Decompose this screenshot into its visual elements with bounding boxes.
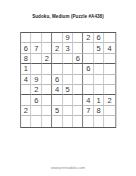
cell-r7c2: 6 (32, 95, 42, 105)
cell-r2c9: 4 (104, 43, 114, 53)
cell-r8c1: 2 (21, 106, 31, 116)
cell-r4c5 (63, 64, 73, 74)
cell-r5c7 (84, 75, 94, 85)
cell-r3c9 (104, 54, 114, 64)
cell-r1c4 (52, 33, 62, 43)
cell-r7c4 (52, 95, 62, 105)
cell-r1c3 (42, 33, 52, 43)
cell-r6c2: 2 (32, 85, 42, 95)
cell-r8c6 (73, 106, 83, 116)
cell-r2c4: 2 (52, 43, 62, 53)
cell-r6c6 (73, 85, 83, 95)
cell-r6c5: 5 (63, 85, 73, 95)
cell-r6c9 (104, 85, 114, 95)
cell-r5c5 (63, 75, 73, 85)
cell-r5c1: 4 (21, 75, 31, 85)
cell-r8c9 (104, 106, 114, 116)
cell-r7c7: 4 (84, 95, 94, 105)
cell-r1c9 (104, 33, 114, 43)
cell-r2c6 (73, 43, 83, 53)
cell-r8c2 (32, 106, 42, 116)
cell-r5c3 (42, 75, 52, 85)
cell-r9c1 (21, 116, 31, 126)
cell-r8c8: 8 (94, 106, 104, 116)
cell-r1c2 (32, 33, 42, 43)
cell-r5c2: 9 (32, 75, 42, 85)
cell-r6c7 (84, 85, 94, 95)
cell-r2c3 (42, 43, 52, 53)
cell-r3c8 (94, 54, 104, 64)
cell-r3c3: 2 (42, 54, 52, 64)
cell-r3c5 (63, 54, 73, 64)
cell-r9c3 (42, 116, 52, 126)
cell-r4c3 (42, 64, 52, 74)
cell-r7c6 (73, 95, 83, 105)
cell-r4c2 (32, 64, 42, 74)
cell-r1c7: 2 (84, 33, 94, 43)
cell-r1c1 (21, 33, 31, 43)
cell-r3c4 (52, 54, 62, 64)
cell-r4c7: 6 (84, 64, 94, 74)
cell-r7c9: 2 (104, 95, 114, 105)
cell-r7c1 (21, 95, 31, 105)
cell-r6c3 (42, 85, 52, 95)
cell-r5c9 (104, 75, 114, 85)
cell-r7c5 (63, 95, 73, 105)
cell-r3c1: 8 (21, 54, 31, 64)
cell-r3c2 (32, 54, 42, 64)
cell-r9c5 (63, 116, 73, 126)
cell-r2c7 (84, 43, 94, 53)
cell-r5c6 (73, 75, 83, 85)
cell-r4c1: 1 (21, 64, 31, 74)
cell-r1c8: 6 (94, 33, 104, 43)
cell-r7c3 (42, 95, 52, 105)
cell-r4c9 (104, 64, 114, 74)
cell-r7c8: 1 (94, 95, 104, 105)
cell-r2c5: 3 (63, 43, 73, 53)
sudoku-page: Sudoku, Medium (Puzzle #A438) 9266723548… (0, 0, 136, 176)
cell-r2c1: 6 (21, 43, 31, 53)
sudoku-board: 9266723548261649624564122578 (20, 32, 116, 128)
cell-r5c8 (94, 75, 104, 85)
cell-r9c7 (84, 116, 94, 126)
cell-r6c8 (94, 85, 104, 95)
cell-r8c3 (42, 106, 52, 116)
cell-r1c6 (73, 33, 83, 43)
cell-r3c7 (84, 54, 94, 64)
cell-r1c5: 9 (63, 33, 73, 43)
cell-r9c6 (73, 116, 83, 126)
footer-url: www.printsudoku.com (0, 166, 136, 170)
cell-r4c6 (73, 64, 83, 74)
cell-r2c8: 5 (94, 43, 104, 53)
cell-r4c4 (52, 64, 62, 74)
cell-r6c4: 4 (52, 85, 62, 95)
cell-r9c8 (94, 116, 104, 126)
page-title: Sudoku, Medium (Puzzle #A438) (0, 14, 136, 19)
cell-r3c6: 6 (73, 54, 83, 64)
cell-r9c4 (52, 116, 62, 126)
cell-r4c8 (94, 64, 104, 74)
cell-r8c5 (63, 106, 73, 116)
cell-r8c7: 7 (84, 106, 94, 116)
cell-r8c4: 5 (52, 106, 62, 116)
cell-r9c9 (104, 116, 114, 126)
cell-r6c1 (21, 85, 31, 95)
cell-r5c4: 6 (52, 75, 62, 85)
cell-r9c2 (32, 116, 42, 126)
cell-r2c2: 7 (32, 43, 42, 53)
